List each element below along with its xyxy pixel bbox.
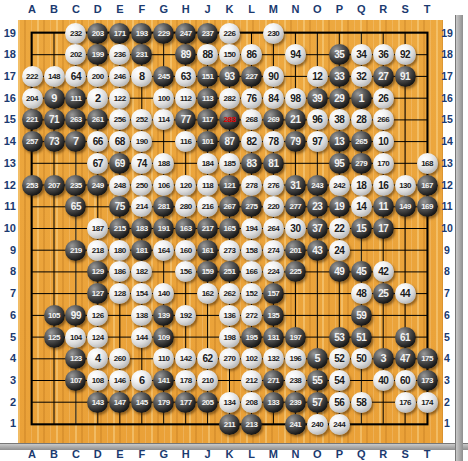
stone-S18-white: 92	[395, 44, 416, 65]
stone-L14-white: 82	[241, 131, 262, 152]
stone-L1-black: 213	[241, 414, 262, 435]
stone-B14-black: 73	[44, 131, 65, 152]
stone-N2-black: 239	[285, 392, 306, 413]
col-label-top-A: A	[24, 3, 40, 16]
stone-A15-black: 221	[22, 109, 43, 130]
row-label-left-18: 18	[0, 48, 16, 61]
stone-J14-black: 101	[197, 131, 218, 152]
col-label-top-S: S	[397, 3, 413, 16]
stone-H2-black: 177	[175, 392, 196, 413]
stone-B12-black: 207	[44, 175, 65, 196]
stone-K8-black: 251	[219, 261, 240, 282]
stone-E17-white: 246	[109, 66, 130, 87]
stone-F8-white: 182	[131, 261, 152, 282]
stone-M13-black: 81	[263, 153, 284, 174]
horizontal-scrollbar[interactable]	[0, 443, 468, 450]
stone-G9-white: 164	[153, 240, 174, 261]
row-label-right-9: 9	[440, 244, 454, 257]
stone-L3-white: 212	[241, 370, 262, 391]
col-label-top-C: C	[68, 3, 84, 16]
col-label-top-H: H	[178, 3, 194, 16]
stone-R13-white: 170	[373, 153, 394, 174]
stone-P9-white: 24	[329, 240, 350, 261]
stone-P4-white: 52	[329, 348, 350, 369]
stone-D16-white: 2	[87, 88, 108, 109]
stone-T2-white: 174	[417, 392, 438, 413]
stone-S2-white: 176	[395, 392, 416, 413]
row-label-left-15: 15	[0, 113, 16, 126]
stone-L8-white: 166	[241, 261, 262, 282]
stone-E18-white: 236	[109, 44, 130, 65]
stone-H6-white: 192	[175, 305, 196, 326]
stone-Q14-black: 265	[351, 131, 372, 152]
stone-N1-black: 241	[285, 414, 306, 435]
stone-J10-black: 217	[197, 218, 218, 239]
stone-Q10-black: 15	[351, 218, 372, 239]
stone-M3-black: 271	[263, 370, 284, 391]
row-label-left-2: 2	[0, 396, 16, 409]
stone-T11-black: 169	[417, 196, 438, 217]
stone-L18-white: 86	[241, 44, 262, 65]
stone-H19-black: 247	[175, 23, 196, 44]
stone-H8-white: 156	[175, 261, 196, 282]
row-label-left-17: 17	[0, 70, 16, 83]
stone-G11-black: 281	[153, 196, 174, 217]
row-label-right-10: 10	[440, 222, 454, 235]
stone-P8-black: 49	[329, 261, 350, 282]
stone-D9-white: 218	[87, 240, 108, 261]
stone-T3-black: 173	[417, 370, 438, 391]
col-label-top-N: N	[287, 3, 303, 16]
stone-A16-white: 204	[22, 88, 43, 109]
stone-F5-white: 144	[131, 327, 152, 348]
stone-J19-black: 237	[197, 23, 218, 44]
stone-P18-black: 35	[329, 44, 350, 65]
col-label-top-G: G	[156, 3, 172, 16]
stone-M11-white: 220	[263, 196, 284, 217]
stone-B16-black: 9	[44, 88, 65, 109]
stone-G6-black: 139	[153, 305, 174, 326]
stone-Q13-black: 279	[351, 153, 372, 174]
stone-H9-white: 160	[175, 240, 196, 261]
stone-H4-white: 142	[175, 348, 196, 369]
stone-T12-black: 167	[417, 175, 438, 196]
stone-G4-white: 110	[153, 348, 174, 369]
stone-D3-white: 108	[87, 370, 108, 391]
stone-M19-white: 230	[263, 23, 284, 44]
row-label-left-19: 19	[0, 27, 16, 40]
stone-P14-black: 13	[329, 131, 350, 152]
stone-Q7-white: 48	[351, 283, 372, 304]
stone-S11-black: 149	[395, 196, 416, 217]
stone-E13-black: 69	[109, 153, 130, 174]
row-label-right-18: 18	[440, 48, 454, 61]
stone-K19-white: 226	[219, 23, 240, 44]
stone-K6-white: 136	[219, 305, 240, 326]
stone-E19-black: 171	[109, 23, 130, 44]
stone-J8-black: 159	[197, 261, 218, 282]
row-label-left-4: 4	[0, 352, 16, 365]
stone-F3-white: 6	[131, 370, 152, 391]
stone-P1-white: 244	[329, 414, 350, 435]
stone-N16-white: 98	[285, 88, 306, 109]
stone-M12-white: 276	[263, 175, 284, 196]
stone-G13-white: 188	[153, 153, 174, 174]
row-label-right-14: 14	[440, 135, 454, 148]
stone-F9-black: 181	[131, 240, 152, 261]
stone-P15-white: 38	[329, 109, 350, 130]
stone-O10-black: 37	[307, 218, 328, 239]
col-label-top-T: T	[419, 3, 435, 16]
stone-O9-black: 43	[307, 240, 328, 261]
stone-N11-black: 277	[285, 196, 306, 217]
stone-J7-white: 162	[197, 283, 218, 304]
stone-R3-white: 40	[373, 370, 394, 391]
stone-K15-black: 283	[219, 109, 240, 130]
row-label-left-10: 10	[0, 222, 16, 235]
stone-C19-white: 232	[65, 23, 86, 44]
stone-D18-black: 199	[87, 44, 108, 65]
stone-N18-white: 94	[285, 44, 306, 65]
col-label-top-D: D	[90, 3, 106, 16]
stone-R7-black: 25	[373, 283, 394, 304]
stone-C11-black: 65	[65, 196, 86, 217]
row-label-right-11: 11	[440, 200, 454, 213]
stone-C16-black: 111	[65, 88, 86, 109]
stone-M16-white: 84	[263, 88, 284, 109]
stone-F6-white: 138	[131, 305, 152, 326]
stone-C12-black: 235	[65, 175, 86, 196]
stone-H10-black: 163	[175, 218, 196, 239]
stone-O15-white: 96	[307, 109, 328, 130]
stone-C18-white: 202	[65, 44, 86, 65]
stone-O1-white: 240	[307, 414, 328, 435]
stone-K12-black: 121	[219, 175, 240, 196]
row-label-right-15: 15	[440, 113, 454, 126]
stone-C14-black: 7	[65, 131, 86, 152]
row-label-left-8: 8	[0, 265, 16, 278]
stone-S4-black: 47	[395, 348, 416, 369]
row-label-left-16: 16	[0, 92, 16, 105]
stone-B6-black: 105	[44, 305, 65, 326]
stone-G19-black: 229	[153, 23, 174, 44]
stone-N10-white: 30	[285, 218, 306, 239]
stone-G10-black: 191	[153, 218, 174, 239]
stone-J9-black: 161	[197, 240, 218, 261]
stone-E11-black: 75	[109, 196, 130, 217]
col-label-top-R: R	[375, 3, 391, 16]
stone-G16-white: 100	[153, 88, 174, 109]
stone-C3-black: 107	[65, 370, 86, 391]
stone-J16-black: 113	[197, 88, 218, 109]
stone-R17-black: 27	[373, 66, 394, 87]
stone-Q2-white: 58	[351, 392, 372, 413]
stone-E12-white: 248	[109, 175, 130, 196]
stone-L9-white: 158	[241, 240, 262, 261]
go-board-viewer: ABCDEFGHJKLMNOPQRST ABCDEFGHJKLMNOPQRST …	[0, 0, 468, 461]
stone-M8-white: 224	[263, 261, 284, 282]
row-label-left-11: 11	[0, 200, 16, 213]
stone-C17-white: 64	[65, 66, 86, 87]
stone-K17-black: 93	[219, 66, 240, 87]
stone-N14-black: 79	[285, 131, 306, 152]
row-label-left-6: 6	[0, 309, 16, 322]
stone-M10-white: 264	[263, 218, 284, 239]
stone-G2-black: 179	[153, 392, 174, 413]
col-label-top-B: B	[46, 3, 62, 16]
stone-E10-black: 215	[109, 218, 130, 239]
row-label-right-12: 12	[440, 179, 454, 192]
stone-S3-white: 60	[395, 370, 416, 391]
stone-R11-black: 11	[373, 196, 394, 217]
stone-P5-black: 53	[329, 327, 350, 348]
stone-D13-white: 67	[87, 153, 108, 174]
stone-E7-white: 128	[109, 283, 130, 304]
stone-M4-white: 132	[263, 348, 284, 369]
stone-M17-white: 90	[263, 66, 284, 87]
stone-B17-white: 148	[44, 66, 65, 87]
stone-C9-black: 219	[65, 240, 86, 261]
stone-F2-black: 145	[131, 392, 152, 413]
stone-J18-white: 88	[197, 44, 218, 65]
stone-D8-black: 129	[87, 261, 108, 282]
stone-J4-white: 62	[197, 348, 218, 369]
stone-O17-white: 12	[307, 66, 328, 87]
stone-L15-white: 268	[241, 109, 262, 130]
row-label-right-13: 13	[440, 157, 454, 170]
stone-D10-white: 187	[87, 218, 108, 239]
row-label-right-8: 8	[440, 265, 454, 278]
stone-E15-white: 256	[109, 109, 130, 130]
stone-F18-black: 231	[131, 44, 152, 65]
stone-M5-black: 131	[263, 327, 284, 348]
col-label-top-J: J	[200, 3, 216, 16]
row-label-right-3: 3	[440, 374, 454, 387]
row-label-left-3: 3	[0, 374, 16, 387]
stone-K9-white: 273	[219, 240, 240, 261]
stone-A14-black: 257	[22, 131, 43, 152]
row-label-left-1: 1	[0, 417, 16, 430]
stone-K4-white: 270	[219, 348, 240, 369]
stone-O4-black: 5	[307, 348, 328, 369]
row-label-left-5: 5	[0, 331, 16, 344]
vertical-scrollbar[interactable]	[455, 15, 463, 461]
stone-B5-black: 125	[44, 327, 65, 348]
stone-N4-white: 196	[285, 348, 306, 369]
stone-M7-black: 157	[263, 283, 284, 304]
stone-K14-black: 87	[219, 131, 240, 152]
stone-K2-white: 134	[219, 392, 240, 413]
stone-J2-black: 205	[197, 392, 218, 413]
row-label-right-17: 17	[440, 70, 454, 83]
col-label-top-E: E	[112, 3, 128, 16]
stone-D14-white: 66	[87, 131, 108, 152]
stone-C15-black: 263	[65, 109, 86, 130]
stone-D6-white: 126	[87, 305, 108, 326]
row-label-right-16: 16	[440, 92, 454, 105]
stone-A12-black: 253	[22, 175, 43, 196]
stone-J12-white: 118	[197, 175, 218, 196]
stone-L10-white: 194	[241, 218, 262, 239]
stone-K1-black: 211	[219, 414, 240, 435]
stone-D4-white: 4	[87, 348, 108, 369]
stone-D15-black: 261	[87, 109, 108, 130]
stone-G5-black: 109	[153, 327, 174, 348]
stone-G3-black: 141	[153, 370, 174, 391]
stone-Q17-white: 32	[351, 66, 372, 87]
stone-D2-black: 143	[87, 392, 108, 413]
stone-E16-white: 122	[109, 88, 130, 109]
stone-S17-black: 91	[395, 66, 416, 87]
stone-F13-white: 74	[131, 153, 152, 174]
stone-M2-black: 133	[263, 392, 284, 413]
stone-E14-white: 68	[109, 131, 130, 152]
stone-M15-black: 269	[263, 109, 284, 130]
col-label-top-O: O	[309, 3, 325, 16]
stone-K10-black: 165	[219, 218, 240, 239]
stone-P11-black: 19	[329, 196, 350, 217]
stone-G15-white: 114	[153, 109, 174, 130]
stone-K18-white: 150	[219, 44, 240, 65]
stone-Q6-black: 59	[351, 305, 372, 326]
stone-L2-white: 208	[241, 392, 262, 413]
row-label-right-7: 7	[440, 287, 454, 300]
stone-C6-black: 99	[65, 305, 86, 326]
stone-N15-black: 21	[285, 109, 306, 130]
stone-P12-white: 242	[329, 175, 350, 196]
col-label-top-P: P	[331, 3, 347, 16]
stone-Q12-white: 18	[351, 175, 372, 196]
stone-H11-white: 280	[175, 196, 196, 217]
stone-E2-black: 147	[109, 392, 130, 413]
stone-N8-black: 225	[285, 261, 306, 282]
col-label-top-L: L	[244, 3, 260, 16]
stone-O3-black: 55	[307, 370, 328, 391]
stone-M6-black: 135	[263, 305, 284, 326]
stone-M9-white: 274	[263, 240, 284, 261]
stone-C4-black: 123	[65, 348, 86, 369]
stone-K13-white: 185	[219, 153, 240, 174]
stone-Q8-black: 45	[351, 261, 372, 282]
stone-F15-white: 252	[131, 109, 152, 130]
stone-F14-white: 190	[131, 131, 152, 152]
stone-L6-white: 272	[241, 305, 262, 326]
stone-B15-black: 71	[44, 109, 65, 130]
stone-T13-white: 168	[417, 153, 438, 174]
col-label-top-K: K	[222, 3, 238, 16]
stone-D5-white: 124	[87, 327, 108, 348]
stone-D17-white: 200	[87, 66, 108, 87]
col-label-top-F: F	[134, 3, 150, 16]
stone-D7-black: 127	[87, 283, 108, 304]
stone-O12-black: 243	[307, 175, 328, 196]
stone-L11-black: 275	[241, 196, 262, 217]
stone-J11-white: 216	[197, 196, 218, 217]
stone-S7-white: 44	[395, 283, 416, 304]
stone-F17-white: 8	[131, 66, 152, 87]
row-label-left-12: 12	[0, 179, 16, 192]
row-label-left-9: 9	[0, 244, 16, 257]
row-label-right-1: 1	[440, 417, 454, 430]
stone-L13-black: 83	[241, 153, 262, 174]
stone-K16-white: 282	[219, 88, 240, 109]
stone-S5-black: 61	[395, 327, 416, 348]
stone-E4-white: 260	[109, 348, 130, 369]
stone-Q15-white: 28	[351, 109, 372, 130]
stone-N3-white: 238	[285, 370, 306, 391]
stone-F19-black: 193	[131, 23, 152, 44]
stone-H18-black: 89	[175, 44, 196, 65]
stone-Q16-black: 1	[351, 88, 372, 109]
row-label-right-5: 5	[440, 331, 454, 344]
stone-D19-black: 203	[87, 23, 108, 44]
col-label-top-M: M	[265, 3, 281, 16]
stone-N12-black: 31	[285, 175, 306, 196]
col-label-top-Q: Q	[353, 3, 369, 16]
stone-P2-white: 56	[329, 392, 350, 413]
row-label-right-6: 6	[440, 309, 454, 322]
stone-E9-white: 180	[109, 240, 130, 261]
stone-C5-white: 104	[65, 327, 86, 348]
stone-N5-black: 197	[285, 327, 306, 348]
stone-R18-white: 36	[373, 44, 394, 65]
stone-H3-white: 178	[175, 370, 196, 391]
stone-G17-black: 245	[153, 66, 174, 87]
stone-A17-white: 222	[22, 66, 43, 87]
stone-R15-white: 266	[373, 109, 394, 130]
stone-E3-white: 146	[109, 370, 130, 391]
row-label-right-4: 4	[440, 352, 454, 365]
stone-G7-white: 140	[153, 283, 174, 304]
stone-D12-black: 249	[87, 175, 108, 196]
stone-R4-black: 3	[373, 348, 394, 369]
stone-G12-white: 106	[153, 175, 174, 196]
stone-H15-black: 77	[175, 109, 196, 130]
stone-O11-black: 23	[307, 196, 328, 217]
row-label-right-19: 19	[440, 27, 454, 40]
stone-K7-white: 262	[219, 283, 240, 304]
stone-L12-white: 278	[241, 175, 262, 196]
stone-Q5-black: 51	[351, 327, 372, 348]
stone-J15-black: 117	[197, 109, 218, 130]
stone-L7-white: 152	[241, 283, 262, 304]
stone-R10-black: 17	[373, 218, 394, 239]
stone-M14-white: 78	[263, 131, 284, 152]
stone-O2-black: 57	[307, 392, 328, 413]
stone-F11-white: 214	[131, 196, 152, 217]
stone-R16-white: 26	[373, 88, 394, 109]
stone-L16-white: 76	[241, 88, 262, 109]
stone-F12-white: 250	[131, 175, 152, 196]
stone-R8-white: 42	[373, 261, 394, 282]
stone-J13-white: 184	[197, 153, 218, 174]
stone-O16-black: 39	[307, 88, 328, 109]
stone-P17-black: 33	[329, 66, 350, 87]
stone-L5-black: 195	[241, 327, 262, 348]
stone-E8-white: 186	[109, 261, 130, 282]
stone-L4-white: 102	[241, 348, 262, 369]
stone-Q18-white: 34	[351, 44, 372, 65]
stone-J17-black: 151	[197, 66, 218, 87]
stone-N9-black: 201	[285, 240, 306, 261]
stone-P16-black: 29	[329, 88, 350, 109]
row-label-left-14: 14	[0, 135, 16, 148]
stone-Q11-white: 14	[351, 196, 372, 217]
stone-H14-white: 116	[175, 131, 196, 152]
stone-F7-white: 154	[131, 283, 152, 304]
stone-S12-white: 130	[395, 175, 416, 196]
stone-H12-white: 120	[175, 175, 196, 196]
